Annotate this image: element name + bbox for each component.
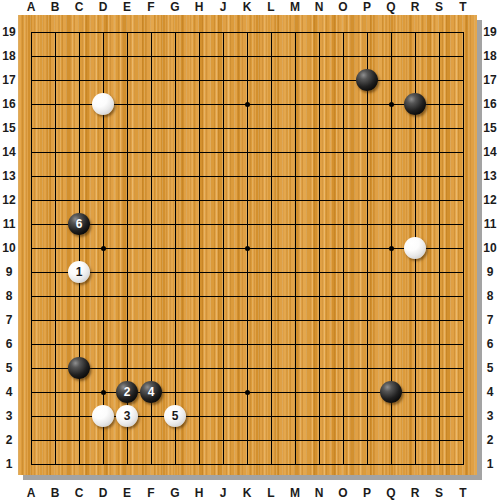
intersection-H5[interactable] xyxy=(187,356,211,380)
intersection-J5[interactable] xyxy=(211,356,235,380)
intersection-C11[interactable]: 6 xyxy=(67,212,91,236)
intersection-N8[interactable] xyxy=(307,284,331,308)
intersection-D16[interactable] xyxy=(91,92,115,116)
intersection-B2[interactable] xyxy=(43,428,67,452)
intersection-S5[interactable] xyxy=(427,356,451,380)
intersection-G11[interactable] xyxy=(163,212,187,236)
intersection-F2[interactable] xyxy=(139,428,163,452)
intersection-S14[interactable] xyxy=(427,140,451,164)
intersection-O3[interactable] xyxy=(331,404,355,428)
intersection-L13[interactable] xyxy=(259,164,283,188)
intersection-S1[interactable] xyxy=(427,452,451,476)
intersection-N13[interactable] xyxy=(307,164,331,188)
intersection-J14[interactable] xyxy=(211,140,235,164)
intersection-K18[interactable] xyxy=(235,44,259,68)
intersection-H8[interactable] xyxy=(187,284,211,308)
intersection-H19[interactable] xyxy=(187,20,211,44)
intersection-M19[interactable] xyxy=(283,20,307,44)
intersection-N16[interactable] xyxy=(307,92,331,116)
intersection-B1[interactable] xyxy=(43,452,67,476)
intersection-Q13[interactable] xyxy=(379,164,403,188)
intersection-C9[interactable]: 1 xyxy=(67,260,91,284)
intersection-E6[interactable] xyxy=(115,332,139,356)
intersection-C12[interactable] xyxy=(67,188,91,212)
intersection-F4[interactable]: 4 xyxy=(139,380,163,404)
intersection-D17[interactable] xyxy=(91,68,115,92)
intersection-O6[interactable] xyxy=(331,332,355,356)
intersection-N1[interactable] xyxy=(307,452,331,476)
intersection-S10[interactable] xyxy=(427,236,451,260)
intersection-H2[interactable] xyxy=(187,428,211,452)
intersection-A15[interactable] xyxy=(19,116,43,140)
intersection-J1[interactable] xyxy=(211,452,235,476)
intersection-K2[interactable] xyxy=(235,428,259,452)
intersection-L11[interactable] xyxy=(259,212,283,236)
intersection-F10[interactable] xyxy=(139,236,163,260)
intersection-G13[interactable] xyxy=(163,164,187,188)
intersection-C14[interactable] xyxy=(67,140,91,164)
intersection-E3[interactable]: 3 xyxy=(115,404,139,428)
intersection-N18[interactable] xyxy=(307,44,331,68)
intersection-S17[interactable] xyxy=(427,68,451,92)
intersection-R5[interactable] xyxy=(403,356,427,380)
intersection-H14[interactable] xyxy=(187,140,211,164)
intersection-C1[interactable] xyxy=(67,452,91,476)
intersection-R17[interactable] xyxy=(403,68,427,92)
intersection-K9[interactable] xyxy=(235,260,259,284)
intersection-D4[interactable] xyxy=(91,380,115,404)
intersection-J3[interactable] xyxy=(211,404,235,428)
intersection-A1[interactable] xyxy=(19,452,43,476)
intersection-O15[interactable] xyxy=(331,116,355,140)
intersection-E7[interactable] xyxy=(115,308,139,332)
intersection-S18[interactable] xyxy=(427,44,451,68)
intersection-H9[interactable] xyxy=(187,260,211,284)
intersection-B5[interactable] xyxy=(43,356,67,380)
intersection-C17[interactable] xyxy=(67,68,91,92)
intersection-R3[interactable] xyxy=(403,404,427,428)
intersection-E13[interactable] xyxy=(115,164,139,188)
intersection-R11[interactable] xyxy=(403,212,427,236)
intersection-K3[interactable] xyxy=(235,404,259,428)
intersection-R4[interactable] xyxy=(403,380,427,404)
intersection-D11[interactable] xyxy=(91,212,115,236)
intersection-F19[interactable] xyxy=(139,20,163,44)
intersection-M17[interactable] xyxy=(283,68,307,92)
intersection-N10[interactable] xyxy=(307,236,331,260)
intersection-K1[interactable] xyxy=(235,452,259,476)
intersection-C8[interactable] xyxy=(67,284,91,308)
intersection-A18[interactable] xyxy=(19,44,43,68)
intersection-K14[interactable] xyxy=(235,140,259,164)
intersection-B4[interactable] xyxy=(43,380,67,404)
intersection-R16[interactable] xyxy=(403,92,427,116)
intersection-J2[interactable] xyxy=(211,428,235,452)
intersection-S4[interactable] xyxy=(427,380,451,404)
intersection-J12[interactable] xyxy=(211,188,235,212)
intersection-H15[interactable] xyxy=(187,116,211,140)
intersection-O19[interactable] xyxy=(331,20,355,44)
intersection-Q11[interactable] xyxy=(379,212,403,236)
intersection-R9[interactable] xyxy=(403,260,427,284)
intersection-A12[interactable] xyxy=(19,188,43,212)
intersection-D5[interactable] xyxy=(91,356,115,380)
intersection-H17[interactable] xyxy=(187,68,211,92)
intersection-D12[interactable] xyxy=(91,188,115,212)
intersection-M11[interactable] xyxy=(283,212,307,236)
intersection-A6[interactable] xyxy=(19,332,43,356)
intersection-P19[interactable] xyxy=(355,20,379,44)
intersection-O5[interactable] xyxy=(331,356,355,380)
intersection-B19[interactable] xyxy=(43,20,67,44)
intersection-T3[interactable] xyxy=(451,404,475,428)
intersection-B8[interactable] xyxy=(43,284,67,308)
intersection-D6[interactable] xyxy=(91,332,115,356)
intersection-M15[interactable] xyxy=(283,116,307,140)
intersection-P1[interactable] xyxy=(355,452,379,476)
intersection-A19[interactable] xyxy=(19,20,43,44)
intersection-T13[interactable] xyxy=(451,164,475,188)
intersection-T16[interactable] xyxy=(451,92,475,116)
intersection-M1[interactable] xyxy=(283,452,307,476)
intersection-R2[interactable] xyxy=(403,428,427,452)
intersection-G4[interactable] xyxy=(163,380,187,404)
intersection-M13[interactable] xyxy=(283,164,307,188)
intersection-G10[interactable] xyxy=(163,236,187,260)
intersection-F12[interactable] xyxy=(139,188,163,212)
intersection-K12[interactable] xyxy=(235,188,259,212)
intersection-K6[interactable] xyxy=(235,332,259,356)
intersection-R19[interactable] xyxy=(403,20,427,44)
intersection-S15[interactable] xyxy=(427,116,451,140)
intersection-D19[interactable] xyxy=(91,20,115,44)
intersection-N15[interactable] xyxy=(307,116,331,140)
intersection-J7[interactable] xyxy=(211,308,235,332)
intersection-T8[interactable] xyxy=(451,284,475,308)
intersection-P9[interactable] xyxy=(355,260,379,284)
intersection-L9[interactable] xyxy=(259,260,283,284)
intersection-E9[interactable] xyxy=(115,260,139,284)
intersection-S8[interactable] xyxy=(427,284,451,308)
intersection-Q4[interactable] xyxy=(379,380,403,404)
intersection-B17[interactable] xyxy=(43,68,67,92)
intersection-B9[interactable] xyxy=(43,260,67,284)
intersection-L5[interactable] xyxy=(259,356,283,380)
intersection-L2[interactable] xyxy=(259,428,283,452)
intersection-O16[interactable] xyxy=(331,92,355,116)
intersection-J16[interactable] xyxy=(211,92,235,116)
intersection-P11[interactable] xyxy=(355,212,379,236)
intersection-M14[interactable] xyxy=(283,140,307,164)
intersection-P10[interactable] xyxy=(355,236,379,260)
intersection-C16[interactable] xyxy=(67,92,91,116)
intersection-G5[interactable] xyxy=(163,356,187,380)
intersection-P17[interactable] xyxy=(355,68,379,92)
intersection-P18[interactable] xyxy=(355,44,379,68)
intersection-Q10[interactable] xyxy=(379,236,403,260)
intersection-J10[interactable] xyxy=(211,236,235,260)
intersection-P13[interactable] xyxy=(355,164,379,188)
intersection-P16[interactable] xyxy=(355,92,379,116)
intersection-Q3[interactable] xyxy=(379,404,403,428)
intersection-E19[interactable] xyxy=(115,20,139,44)
intersection-N11[interactable] xyxy=(307,212,331,236)
intersection-E14[interactable] xyxy=(115,140,139,164)
intersection-R7[interactable] xyxy=(403,308,427,332)
intersection-C7[interactable] xyxy=(67,308,91,332)
intersection-J9[interactable] xyxy=(211,260,235,284)
intersection-E8[interactable] xyxy=(115,284,139,308)
intersection-H4[interactable] xyxy=(187,380,211,404)
intersection-T12[interactable] xyxy=(451,188,475,212)
intersection-P6[interactable] xyxy=(355,332,379,356)
intersection-Q12[interactable] xyxy=(379,188,403,212)
intersection-J13[interactable] xyxy=(211,164,235,188)
intersection-K17[interactable] xyxy=(235,68,259,92)
intersection-G8[interactable] xyxy=(163,284,187,308)
intersection-E17[interactable] xyxy=(115,68,139,92)
intersection-A7[interactable] xyxy=(19,308,43,332)
intersection-K13[interactable] xyxy=(235,164,259,188)
intersection-Q18[interactable] xyxy=(379,44,403,68)
intersection-S13[interactable] xyxy=(427,164,451,188)
intersection-M8[interactable] xyxy=(283,284,307,308)
intersection-M7[interactable] xyxy=(283,308,307,332)
intersection-T15[interactable] xyxy=(451,116,475,140)
intersection-Q9[interactable] xyxy=(379,260,403,284)
intersection-G3[interactable]: 5 xyxy=(163,404,187,428)
intersection-H7[interactable] xyxy=(187,308,211,332)
intersection-L1[interactable] xyxy=(259,452,283,476)
intersection-H18[interactable] xyxy=(187,44,211,68)
intersection-E18[interactable] xyxy=(115,44,139,68)
intersection-C5[interactable] xyxy=(67,356,91,380)
intersection-D3[interactable] xyxy=(91,404,115,428)
intersection-B7[interactable] xyxy=(43,308,67,332)
intersection-G15[interactable] xyxy=(163,116,187,140)
intersection-B14[interactable] xyxy=(43,140,67,164)
intersection-E10[interactable] xyxy=(115,236,139,260)
intersection-T9[interactable] xyxy=(451,260,475,284)
intersection-C18[interactable] xyxy=(67,44,91,68)
intersection-L16[interactable] xyxy=(259,92,283,116)
intersection-C6[interactable] xyxy=(67,332,91,356)
intersection-T18[interactable] xyxy=(451,44,475,68)
intersection-P8[interactable] xyxy=(355,284,379,308)
intersection-N4[interactable] xyxy=(307,380,331,404)
intersection-G12[interactable] xyxy=(163,188,187,212)
intersection-Q7[interactable] xyxy=(379,308,403,332)
intersection-O10[interactable] xyxy=(331,236,355,260)
intersection-D18[interactable] xyxy=(91,44,115,68)
intersection-Q5[interactable] xyxy=(379,356,403,380)
intersection-K15[interactable] xyxy=(235,116,259,140)
intersection-D1[interactable] xyxy=(91,452,115,476)
intersection-L19[interactable] xyxy=(259,20,283,44)
intersection-K4[interactable] xyxy=(235,380,259,404)
intersection-O13[interactable] xyxy=(331,164,355,188)
intersection-H13[interactable] xyxy=(187,164,211,188)
intersection-O14[interactable] xyxy=(331,140,355,164)
intersection-Q19[interactable] xyxy=(379,20,403,44)
intersection-B16[interactable] xyxy=(43,92,67,116)
intersection-H12[interactable] xyxy=(187,188,211,212)
intersection-S12[interactable] xyxy=(427,188,451,212)
intersection-N7[interactable] xyxy=(307,308,331,332)
intersection-F13[interactable] xyxy=(139,164,163,188)
intersection-F15[interactable] xyxy=(139,116,163,140)
intersection-L17[interactable] xyxy=(259,68,283,92)
intersection-H10[interactable] xyxy=(187,236,211,260)
intersection-Q16[interactable] xyxy=(379,92,403,116)
intersection-S9[interactable] xyxy=(427,260,451,284)
intersection-T6[interactable] xyxy=(451,332,475,356)
intersection-F16[interactable] xyxy=(139,92,163,116)
intersection-H3[interactable] xyxy=(187,404,211,428)
intersection-R12[interactable] xyxy=(403,188,427,212)
intersection-M12[interactable] xyxy=(283,188,307,212)
intersection-P12[interactable] xyxy=(355,188,379,212)
intersection-T7[interactable] xyxy=(451,308,475,332)
intersection-N12[interactable] xyxy=(307,188,331,212)
intersection-L7[interactable] xyxy=(259,308,283,332)
intersection-E16[interactable] xyxy=(115,92,139,116)
intersection-Q2[interactable] xyxy=(379,428,403,452)
intersection-N2[interactable] xyxy=(307,428,331,452)
intersection-D7[interactable] xyxy=(91,308,115,332)
intersection-L3[interactable] xyxy=(259,404,283,428)
intersection-F8[interactable] xyxy=(139,284,163,308)
intersection-G7[interactable] xyxy=(163,308,187,332)
intersection-M10[interactable] xyxy=(283,236,307,260)
intersection-A17[interactable] xyxy=(19,68,43,92)
intersection-G6[interactable] xyxy=(163,332,187,356)
intersection-C19[interactable] xyxy=(67,20,91,44)
intersection-L12[interactable] xyxy=(259,188,283,212)
intersection-O4[interactable] xyxy=(331,380,355,404)
intersection-D13[interactable] xyxy=(91,164,115,188)
intersection-A13[interactable] xyxy=(19,164,43,188)
intersection-N5[interactable] xyxy=(307,356,331,380)
intersection-T14[interactable] xyxy=(451,140,475,164)
intersection-G1[interactable] xyxy=(163,452,187,476)
intersection-N6[interactable] xyxy=(307,332,331,356)
intersection-C4[interactable] xyxy=(67,380,91,404)
intersection-P5[interactable] xyxy=(355,356,379,380)
intersection-T2[interactable] xyxy=(451,428,475,452)
intersection-Q15[interactable] xyxy=(379,116,403,140)
intersection-L14[interactable] xyxy=(259,140,283,164)
intersection-C10[interactable] xyxy=(67,236,91,260)
intersection-O12[interactable] xyxy=(331,188,355,212)
intersection-H16[interactable] xyxy=(187,92,211,116)
intersection-H1[interactable] xyxy=(187,452,211,476)
intersection-K5[interactable] xyxy=(235,356,259,380)
intersection-J19[interactable] xyxy=(211,20,235,44)
intersection-M3[interactable] xyxy=(283,404,307,428)
intersection-T19[interactable] xyxy=(451,20,475,44)
intersection-G9[interactable] xyxy=(163,260,187,284)
intersection-G17[interactable] xyxy=(163,68,187,92)
intersection-R6[interactable] xyxy=(403,332,427,356)
intersection-F17[interactable] xyxy=(139,68,163,92)
intersection-A9[interactable] xyxy=(19,260,43,284)
intersection-Q1[interactable] xyxy=(379,452,403,476)
intersection-T10[interactable] xyxy=(451,236,475,260)
intersection-T17[interactable] xyxy=(451,68,475,92)
intersection-D8[interactable] xyxy=(91,284,115,308)
intersection-G16[interactable] xyxy=(163,92,187,116)
intersection-C3[interactable] xyxy=(67,404,91,428)
intersection-R18[interactable] xyxy=(403,44,427,68)
intersection-L8[interactable] xyxy=(259,284,283,308)
intersection-H6[interactable] xyxy=(187,332,211,356)
intersection-A16[interactable] xyxy=(19,92,43,116)
intersection-M6[interactable] xyxy=(283,332,307,356)
intersection-M9[interactable] xyxy=(283,260,307,284)
intersection-P3[interactable] xyxy=(355,404,379,428)
intersection-C2[interactable] xyxy=(67,428,91,452)
intersection-O9[interactable] xyxy=(331,260,355,284)
intersection-O8[interactable] xyxy=(331,284,355,308)
intersection-L18[interactable] xyxy=(259,44,283,68)
intersection-R8[interactable] xyxy=(403,284,427,308)
intersection-D15[interactable] xyxy=(91,116,115,140)
intersection-D2[interactable] xyxy=(91,428,115,452)
intersection-G2[interactable] xyxy=(163,428,187,452)
intersection-F9[interactable] xyxy=(139,260,163,284)
intersection-E1[interactable] xyxy=(115,452,139,476)
intersection-J17[interactable] xyxy=(211,68,235,92)
intersection-E4[interactable]: 2 xyxy=(115,380,139,404)
intersection-F18[interactable] xyxy=(139,44,163,68)
intersection-S3[interactable] xyxy=(427,404,451,428)
intersection-M4[interactable] xyxy=(283,380,307,404)
intersection-S2[interactable] xyxy=(427,428,451,452)
intersection-R10[interactable] xyxy=(403,236,427,260)
intersection-R1[interactable] xyxy=(403,452,427,476)
intersection-T1[interactable] xyxy=(451,452,475,476)
intersection-A5[interactable] xyxy=(19,356,43,380)
intersection-A2[interactable] xyxy=(19,428,43,452)
intersection-H11[interactable] xyxy=(187,212,211,236)
intersection-S7[interactable] xyxy=(427,308,451,332)
intersection-R15[interactable] xyxy=(403,116,427,140)
intersection-F11[interactable] xyxy=(139,212,163,236)
intersection-F1[interactable] xyxy=(139,452,163,476)
intersection-M5[interactable] xyxy=(283,356,307,380)
intersection-O11[interactable] xyxy=(331,212,355,236)
intersection-O18[interactable] xyxy=(331,44,355,68)
intersection-E11[interactable] xyxy=(115,212,139,236)
intersection-M2[interactable] xyxy=(283,428,307,452)
intersection-E12[interactable] xyxy=(115,188,139,212)
intersection-A11[interactable] xyxy=(19,212,43,236)
intersection-L4[interactable] xyxy=(259,380,283,404)
intersection-B18[interactable] xyxy=(43,44,67,68)
intersection-R14[interactable] xyxy=(403,140,427,164)
intersection-S11[interactable] xyxy=(427,212,451,236)
intersection-G19[interactable] xyxy=(163,20,187,44)
intersection-N19[interactable] xyxy=(307,20,331,44)
intersection-M16[interactable] xyxy=(283,92,307,116)
intersection-P14[interactable] xyxy=(355,140,379,164)
intersection-B15[interactable] xyxy=(43,116,67,140)
intersection-N14[interactable] xyxy=(307,140,331,164)
intersection-J11[interactable] xyxy=(211,212,235,236)
intersection-M18[interactable] xyxy=(283,44,307,68)
intersection-K19[interactable] xyxy=(235,20,259,44)
